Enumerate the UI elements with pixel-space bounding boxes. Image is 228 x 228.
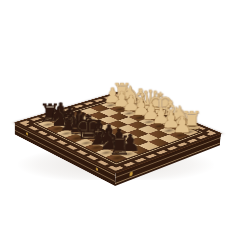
brass-hinge-icon (96, 167, 98, 171)
brass-clasp-icon (129, 171, 132, 176)
black-rook: ♜ (103, 132, 135, 159)
white-pawn: ♟ (166, 114, 196, 136)
product-photo-chess-set: ♜♟♟♜♞♟♟♞♝♟♟♝♛♟♟♛♚♟♟♚♝♟♟♝♞♟♟♞♜♟♟♜ (0, 0, 228, 228)
brass-hinge-icon (26, 132, 28, 136)
